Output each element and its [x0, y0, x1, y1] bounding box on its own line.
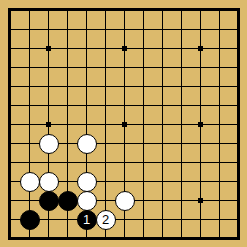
white-stone-move-2[interactable]: 2: [96, 210, 116, 230]
white-stone[interactable]: [115, 191, 135, 211]
black-stone[interactable]: [39, 191, 59, 211]
white-stone[interactable]: [39, 172, 59, 192]
move-number-label: 1: [83, 213, 90, 226]
white-stone[interactable]: [77, 172, 97, 192]
white-stone[interactable]: [77, 191, 97, 211]
black-stone-move-1[interactable]: 1: [77, 210, 97, 230]
black-stone[interactable]: [58, 191, 78, 211]
move-number-label: 2: [102, 213, 109, 226]
white-stone[interactable]: [77, 134, 97, 154]
white-stone[interactable]: [39, 134, 59, 154]
goban[interactable]: 12: [0, 0, 247, 247]
black-stone[interactable]: [20, 210, 40, 230]
stone-layer[interactable]: 12: [1, 1, 247, 247]
white-stone[interactable]: [20, 172, 40, 192]
